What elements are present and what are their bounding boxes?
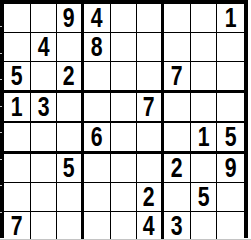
cell-r4c1[interactable]: 1 [4, 93, 31, 122]
cell-r6c6[interactable] [137, 123, 164, 154]
gridline-artifact [0, 159, 2, 160]
cell-r6c5[interactable] [111, 123, 138, 154]
cell-r3c3[interactable]: 2 [57, 62, 84, 93]
cell-r2c7[interactable] [164, 33, 191, 62]
gridline-artifact [0, 212, 2, 213]
cell-r9c7[interactable]: 3 [164, 212, 191, 240]
cell-r2c5[interactable] [111, 33, 138, 62]
cell-r4c6[interactable]: 7 [137, 93, 164, 122]
cell-r3c6[interactable] [137, 62, 164, 93]
cell-r2c8[interactable] [191, 33, 218, 62]
cell-r1c9[interactable]: 1 [217, 4, 244, 33]
cell-r6c2[interactable] [31, 123, 58, 154]
cell-r3c8[interactable] [191, 62, 218, 93]
sudoku-board: 9414852713761552925743 [0, 0, 248, 238]
given-digit: 4 [143, 212, 155, 240]
cell-r8c7[interactable] [164, 183, 191, 212]
cell-r1c5[interactable] [111, 4, 138, 33]
cell-r2c2[interactable]: 4 [31, 33, 58, 62]
given-digit: 9 [225, 154, 237, 182]
cell-r1c8[interactable] [191, 4, 218, 33]
gridline-artifact [0, 53, 2, 54]
cell-r1c4[interactable]: 4 [84, 4, 111, 33]
cell-r4c7[interactable] [164, 93, 191, 122]
cell-r8c6[interactable]: 2 [137, 183, 164, 212]
cell-r9c9[interactable] [217, 212, 244, 240]
cell-r9c1[interactable]: 7 [4, 212, 31, 240]
cell-r2c6[interactable] [137, 33, 164, 62]
cell-r3c9[interactable] [217, 62, 244, 93]
cell-r7c5[interactable] [111, 154, 138, 183]
cell-r4c9[interactable] [217, 93, 244, 122]
given-digit: 5 [225, 123, 237, 151]
given-digit: 5 [11, 62, 23, 90]
cell-r7c1[interactable] [4, 154, 31, 183]
given-digit: 1 [198, 123, 210, 151]
cell-r6c7[interactable] [164, 123, 191, 154]
given-digit: 2 [171, 154, 183, 182]
given-digit: 2 [143, 183, 155, 211]
gridline-artifact [0, 132, 2, 133]
given-digit: 7 [143, 93, 155, 121]
cell-r7c6[interactable] [137, 154, 164, 183]
cell-r6c1[interactable] [4, 123, 31, 154]
given-digit: 8 [91, 33, 103, 61]
cell-r9c4[interactable] [84, 212, 111, 240]
given-digit: 3 [38, 93, 50, 121]
cell-r6c9[interactable]: 5 [217, 123, 244, 154]
cell-r1c6[interactable] [137, 4, 164, 33]
cell-r4c3[interactable] [57, 93, 84, 122]
cell-r8c8[interactable]: 5 [191, 183, 218, 212]
given-digit: 3 [171, 212, 183, 240]
given-digit: 4 [91, 4, 103, 32]
cell-r3c2[interactable] [31, 62, 58, 93]
cell-r4c5[interactable] [111, 93, 138, 122]
cell-r1c2[interactable] [31, 4, 58, 33]
cell-r9c3[interactable] [57, 212, 84, 240]
cell-r3c5[interactable] [111, 62, 138, 93]
gridline-artifact [0, 185, 2, 186]
cell-r4c8[interactable] [191, 93, 218, 122]
cell-r7c7[interactable]: 2 [164, 154, 191, 183]
cell-r8c3[interactable] [57, 183, 84, 212]
sudoku-screenshot: 9414852713761552925743 [0, 0, 251, 240]
cell-r3c4[interactable] [84, 62, 111, 93]
cell-r8c2[interactable] [31, 183, 58, 212]
cell-r4c2[interactable]: 3 [31, 93, 58, 122]
cell-r6c8[interactable]: 1 [191, 123, 218, 154]
given-digit: 5 [198, 183, 210, 211]
cell-r2c4[interactable]: 8 [84, 33, 111, 62]
cell-r9c5[interactable] [111, 212, 138, 240]
cell-r7c8[interactable] [191, 154, 218, 183]
given-digit: 5 [63, 154, 75, 182]
cell-r1c7[interactable] [164, 4, 191, 33]
cell-r9c6[interactable]: 4 [137, 212, 164, 240]
cell-r7c4[interactable] [84, 154, 111, 183]
cell-r3c1[interactable]: 5 [4, 62, 31, 93]
cell-r7c3[interactable]: 5 [57, 154, 84, 183]
cell-r6c4[interactable]: 6 [84, 123, 111, 154]
given-digit: 6 [91, 123, 103, 151]
cell-r8c1[interactable] [4, 183, 31, 212]
given-digit: 9 [63, 4, 75, 32]
cell-r1c3[interactable]: 9 [57, 4, 84, 33]
given-digit: 4 [38, 33, 50, 61]
given-digit: 7 [11, 212, 23, 240]
cell-r2c3[interactable] [57, 33, 84, 62]
gridline-artifact [0, 26, 2, 27]
cell-r2c9[interactable] [217, 33, 244, 62]
cell-r9c2[interactable] [31, 212, 58, 240]
given-digit: 1 [225, 4, 237, 32]
cell-r6c3[interactable] [57, 123, 84, 154]
cell-r7c2[interactable] [31, 154, 58, 183]
cell-r2c1[interactable] [4, 33, 31, 62]
cell-r4c4[interactable] [84, 93, 111, 122]
given-digit: 2 [63, 62, 75, 90]
gridline-artifact [0, 79, 2, 80]
cell-r1c1[interactable] [4, 4, 31, 33]
cell-r3c7[interactable]: 7 [164, 62, 191, 93]
given-digit: 1 [11, 93, 23, 121]
cell-r8c4[interactable] [84, 183, 111, 212]
cell-r7c9[interactable]: 9 [217, 154, 244, 183]
given-digit: 7 [171, 62, 183, 90]
gridline-artifact [0, 106, 2, 107]
cell-r8c9[interactable] [217, 183, 244, 212]
cell-r8c5[interactable] [111, 183, 138, 212]
cell-r9c8[interactable] [191, 212, 218, 240]
